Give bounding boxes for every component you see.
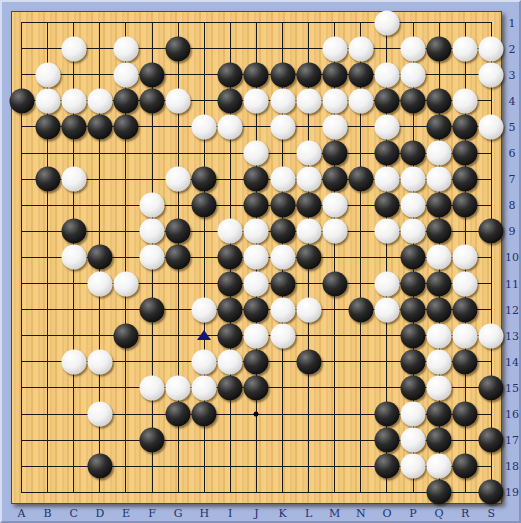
white-stone[interactable] [87,88,112,113]
black-stone[interactable] [322,62,347,87]
black-stone[interactable] [427,114,452,139]
white-stone[interactable] [270,323,295,348]
black-stone[interactable] [61,114,86,139]
black-stone[interactable] [218,62,243,87]
white-stone[interactable] [296,219,321,244]
white-stone[interactable] [453,88,478,113]
column-label: H [199,507,209,520]
white-stone[interactable] [113,271,138,296]
column-label: S [488,507,496,520]
black-stone[interactable] [218,245,243,270]
white-stone[interactable] [401,167,426,192]
column-label: F [148,507,156,520]
white-stone[interactable] [479,62,504,87]
row-label: 9 [509,225,516,238]
white-stone[interactable] [427,349,452,374]
column-label: Q [435,507,444,520]
white-stone[interactable] [166,88,191,113]
white-stone[interactable] [453,36,478,61]
black-stone[interactable] [348,167,373,192]
white-stone[interactable] [218,349,243,374]
black-stone[interactable] [140,428,165,453]
black-stone[interactable] [192,402,217,427]
white-stone[interactable] [140,193,165,218]
column-label: E [122,507,130,520]
row-label: 11 [505,277,519,290]
row-label: 15 [505,381,519,394]
black-stone[interactable] [401,349,426,374]
white-stone[interactable] [427,167,452,192]
black-stone[interactable] [427,428,452,453]
black-stone[interactable] [87,245,112,270]
black-stone[interactable] [427,402,452,427]
star-point [254,412,259,417]
black-stone[interactable] [270,62,295,87]
white-stone[interactable] [61,349,86,374]
white-stone[interactable] [61,167,86,192]
white-stone[interactable] [270,245,295,270]
black-stone[interactable] [140,88,165,113]
white-stone[interactable] [87,349,112,374]
column-label: D [95,507,104,520]
black-stone[interactable] [244,297,269,322]
white-stone[interactable] [348,88,373,113]
row-label: 16 [505,408,519,421]
white-stone[interactable] [427,375,452,400]
white-stone[interactable] [374,271,399,296]
column-label: C [69,507,77,520]
black-stone[interactable] [401,375,426,400]
go-client-window: ABCDEFGHIJKLMNOPQRS123456789101112131415… [0,0,521,523]
black-stone[interactable] [35,114,60,139]
row-label: 1 [509,16,516,29]
black-stone[interactable] [427,219,452,244]
white-stone[interactable] [479,114,504,139]
column-label: R [461,507,469,520]
white-stone[interactable] [322,193,347,218]
black-stone[interactable] [296,349,321,374]
black-stone[interactable] [244,349,269,374]
black-stone[interactable] [140,297,165,322]
white-stone[interactable] [453,323,478,348]
black-stone[interactable] [322,141,347,166]
black-stone[interactable] [113,114,138,139]
black-stone[interactable] [374,141,399,166]
white-stone[interactable] [192,297,217,322]
row-label: 13 [505,329,519,342]
black-stone[interactable] [244,375,269,400]
column-label: G [174,507,183,520]
row-label: 7 [509,173,516,186]
black-stone[interactable] [427,480,452,505]
white-stone[interactable] [113,36,138,61]
black-stone[interactable] [453,297,478,322]
black-stone[interactable] [322,271,347,296]
white-stone[interactable] [374,297,399,322]
black-stone[interactable] [427,271,452,296]
white-stone[interactable] [296,167,321,192]
black-stone[interactable] [401,323,426,348]
white-stone[interactable] [322,36,347,61]
black-stone[interactable] [218,375,243,400]
black-stone[interactable] [479,375,504,400]
black-stone[interactable] [479,428,504,453]
row-label: 5 [509,120,516,133]
white-stone[interactable] [140,245,165,270]
black-stone[interactable] [453,349,478,374]
white-stone[interactable] [244,271,269,296]
black-stone[interactable] [270,219,295,244]
white-stone[interactable] [270,88,295,113]
white-stone[interactable] [244,219,269,244]
black-stone[interactable] [348,297,373,322]
white-stone[interactable] [374,62,399,87]
black-stone[interactable] [401,88,426,113]
black-stone[interactable] [427,193,452,218]
row-label: 10 [505,251,519,264]
column-label: A [18,507,26,520]
white-stone[interactable] [453,271,478,296]
white-stone[interactable] [113,62,138,87]
white-stone[interactable] [218,114,243,139]
row-label: 2 [509,42,516,55]
black-stone[interactable] [374,428,399,453]
row-label: 19 [505,486,519,499]
black-stone[interactable] [296,193,321,218]
row-label: 18 [505,460,519,473]
white-stone[interactable] [296,88,321,113]
black-stone[interactable] [453,141,478,166]
black-stone[interactable] [113,323,138,348]
white-stone[interactable] [401,428,426,453]
black-stone[interactable] [218,88,243,113]
grid-line-vertical [491,22,492,493]
black-stone[interactable] [453,114,478,139]
black-stone[interactable] [374,454,399,479]
white-stone[interactable] [296,297,321,322]
white-stone[interactable] [87,271,112,296]
column-label: J [254,507,258,520]
white-stone[interactable] [192,114,217,139]
black-stone[interactable] [113,88,138,113]
white-stone[interactable] [401,454,426,479]
black-stone[interactable] [348,62,373,87]
row-label: 17 [505,434,519,447]
row-label: 6 [509,147,516,160]
black-stone[interactable] [244,193,269,218]
black-stone[interactable] [427,88,452,113]
white-stone[interactable] [140,375,165,400]
black-stone[interactable] [166,402,191,427]
white-stone[interactable] [244,88,269,113]
column-label: O [382,507,391,520]
black-stone[interactable] [296,245,321,270]
black-stone[interactable] [479,480,504,505]
black-stone[interactable] [140,62,165,87]
black-stone[interactable] [244,62,269,87]
white-stone[interactable] [35,88,60,113]
black-stone[interactable] [427,36,452,61]
white-stone[interactable] [401,36,426,61]
black-stone[interactable] [427,297,452,322]
black-stone[interactable] [166,245,191,270]
column-label: B [44,507,52,520]
white-stone[interactable] [166,167,191,192]
black-stone[interactable] [218,323,243,348]
black-stone[interactable] [87,454,112,479]
column-label: K [278,507,286,520]
black-stone[interactable] [401,297,426,322]
white-stone[interactable] [401,219,426,244]
white-stone[interactable] [322,88,347,113]
black-stone[interactable] [453,402,478,427]
black-stone[interactable] [35,167,60,192]
white-stone[interactable] [35,62,60,87]
white-stone[interactable] [374,10,399,35]
row-label: 4 [509,94,516,107]
black-stone[interactable] [87,114,112,139]
black-stone[interactable] [218,271,243,296]
white-stone[interactable] [322,219,347,244]
black-stone[interactable] [453,167,478,192]
row-label: 12 [505,303,519,316]
black-stone[interactable] [192,193,217,218]
row-label: 3 [509,68,516,81]
row-label: 8 [509,199,516,212]
black-stone[interactable] [166,219,191,244]
grid-line-horizontal [21,492,492,493]
white-stone[interactable] [374,167,399,192]
white-stone[interactable] [61,36,86,61]
row-label: 14 [505,355,519,368]
black-stone[interactable] [401,245,426,270]
white-stone[interactable] [322,114,347,139]
white-stone[interactable] [87,402,112,427]
black-stone[interactable] [453,193,478,218]
white-stone[interactable] [61,245,86,270]
white-stone[interactable] [166,375,191,400]
column-label: I [228,507,232,520]
white-stone[interactable] [61,88,86,113]
white-stone[interactable] [192,375,217,400]
white-stone[interactable] [427,323,452,348]
white-stone[interactable] [427,245,452,270]
column-label: N [356,507,366,520]
white-stone[interactable] [453,245,478,270]
white-stone[interactable] [479,323,504,348]
white-stone[interactable] [270,114,295,139]
column-label: L [305,507,312,520]
black-stone[interactable] [244,167,269,192]
white-stone[interactable] [296,141,321,166]
black-stone[interactable] [322,167,347,192]
black-stone[interactable] [192,167,217,192]
column-label: P [409,507,416,520]
black-stone[interactable] [374,402,399,427]
black-stone[interactable] [9,88,34,113]
white-stone[interactable] [270,297,295,322]
black-stone[interactable] [479,219,504,244]
white-stone[interactable] [244,245,269,270]
black-stone[interactable] [296,62,321,87]
black-stone[interactable] [270,193,295,218]
black-stone[interactable] [374,88,399,113]
black-stone[interactable] [166,36,191,61]
white-stone[interactable] [374,114,399,139]
black-stone[interactable] [453,454,478,479]
white-stone[interactable] [140,219,165,244]
white-stone[interactable] [218,219,243,244]
white-stone[interactable] [270,167,295,192]
white-stone[interactable] [427,454,452,479]
white-stone[interactable] [244,141,269,166]
black-stone[interactable] [401,141,426,166]
black-stone[interactable] [401,271,426,296]
column-label: M [329,507,340,520]
white-stone[interactable] [374,219,399,244]
white-stone[interactable] [244,323,269,348]
white-stone[interactable] [479,36,504,61]
black-stone[interactable] [218,297,243,322]
white-stone[interactable] [401,402,426,427]
white-stone[interactable] [348,36,373,61]
black-stone[interactable] [61,219,86,244]
white-stone[interactable] [401,193,426,218]
triangle-marker [197,330,211,340]
black-stone[interactable] [270,271,295,296]
black-stone[interactable] [374,193,399,218]
white-stone[interactable] [192,349,217,374]
white-stone[interactable] [401,62,426,87]
white-stone[interactable] [427,141,452,166]
